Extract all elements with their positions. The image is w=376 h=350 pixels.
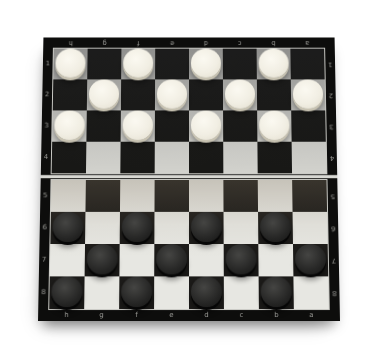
white-checker-piece[interactable] (259, 110, 290, 139)
board-square-e4[interactable] (155, 142, 189, 174)
white-checker-piece[interactable] (191, 49, 221, 78)
file-label-top-c: c (223, 38, 257, 46)
board-square-g3[interactable] (86, 110, 120, 141)
board-square-c3[interactable] (223, 110, 257, 141)
white-checker-piece[interactable] (191, 110, 221, 139)
board-square-d8[interactable] (189, 276, 224, 309)
board-square-f5[interactable] (120, 180, 155, 212)
board-square-g7[interactable] (85, 244, 120, 276)
black-checker-piece[interactable] (51, 276, 82, 307)
white-checker-piece[interactable] (54, 110, 85, 139)
rank-label-left-8: 8 (38, 288, 48, 297)
board-square-e1[interactable] (155, 49, 189, 80)
file-label-bottom-a: a (294, 311, 329, 320)
white-checker-piece[interactable] (225, 79, 255, 108)
file-label-top-g: g (88, 38, 122, 46)
white-checker-piece[interactable] (123, 49, 153, 78)
rank-label-left-1: 1 (43, 60, 53, 68)
board-square-a8[interactable] (293, 276, 328, 309)
file-label-bottom-b: b (259, 311, 294, 320)
white-checker-piece[interactable] (55, 49, 85, 78)
file-label-top-d: d (189, 38, 223, 46)
rank-label-left-7: 7 (39, 256, 49, 265)
file-label-bottom-d: d (189, 311, 224, 320)
board-square-a6[interactable] (293, 212, 328, 244)
file-label-top-e: e (155, 38, 189, 46)
rank-label-right-5: 5 (328, 192, 338, 201)
board-square-h7[interactable] (50, 244, 85, 276)
board-square-h3[interactable] (52, 110, 87, 141)
black-checker-piece[interactable] (295, 244, 326, 274)
board-square-b1[interactable] (257, 49, 291, 80)
top-playing-area (51, 48, 328, 175)
board-square-e5[interactable] (154, 180, 189, 212)
board-square-g2[interactable] (87, 79, 121, 110)
rank-label-right-1: 1 (325, 60, 335, 68)
board-square-h5[interactable] (51, 180, 86, 212)
white-checker-piece[interactable] (259, 49, 289, 78)
rank-label-right-4: 4 (327, 153, 337, 162)
board-square-d7[interactable] (189, 244, 224, 276)
board-square-h8[interactable] (49, 276, 84, 309)
board-square-c5[interactable] (223, 180, 258, 212)
black-checker-piece[interactable] (122, 212, 153, 242)
board-square-c2[interactable] (223, 79, 257, 110)
board-square-h1[interactable] (53, 49, 87, 80)
board-square-d5[interactable] (189, 180, 224, 212)
board-square-g1[interactable] (87, 49, 121, 80)
board-square-f7[interactable] (119, 244, 154, 276)
board-square-b8[interactable] (259, 276, 294, 309)
board-square-h2[interactable] (53, 79, 87, 110)
file-label-top-a: a (290, 38, 324, 46)
white-checker-piece[interactable] (157, 79, 187, 108)
file-label-bottom-h: h (49, 311, 84, 320)
board-square-c1[interactable] (223, 49, 257, 80)
board-square-h6[interactable] (50, 212, 85, 244)
board-square-b7[interactable] (258, 244, 293, 276)
board-square-d4[interactable] (189, 142, 223, 174)
board-square-c6[interactable] (224, 212, 259, 244)
black-checker-piece[interactable] (191, 276, 222, 307)
board-square-h4[interactable] (52, 142, 87, 174)
rank-label-left-5: 5 (40, 192, 50, 201)
board-square-g8[interactable] (84, 276, 119, 309)
file-label-bottom-c: c (224, 311, 259, 320)
rank-label-right-2: 2 (326, 91, 336, 99)
rank-label-left-6: 6 (40, 224, 50, 233)
black-checker-piece[interactable] (191, 212, 222, 242)
black-checker-piece[interactable] (121, 276, 152, 307)
board-square-a1[interactable] (290, 49, 324, 80)
file-label-bottom-e: e (154, 311, 189, 320)
rank-label-left-3: 3 (42, 122, 52, 131)
bottom-playing-area (48, 179, 330, 310)
board-square-f6[interactable] (120, 212, 155, 244)
checkers-board: hhggffeeddccbbaa1122334455667788 (38, 37, 340, 321)
board-square-a2[interactable] (291, 79, 325, 110)
board-square-b2[interactable] (257, 79, 291, 110)
white-checker-piece[interactable] (89, 79, 119, 108)
black-checker-piece[interactable] (52, 212, 83, 242)
rank-label-right-3: 3 (326, 122, 336, 131)
board-square-f8[interactable] (119, 276, 154, 309)
board-square-e6[interactable] (154, 212, 189, 244)
board-square-c4[interactable] (223, 142, 257, 174)
board-square-f3[interactable] (121, 110, 155, 141)
board-square-c8[interactable] (224, 276, 259, 309)
file-label-top-h: h (54, 38, 88, 46)
rank-label-left-4: 4 (41, 153, 51, 162)
board-square-e2[interactable] (155, 79, 189, 110)
board-square-d1[interactable] (189, 49, 223, 80)
board-square-a7[interactable] (293, 244, 328, 276)
file-label-top-b: b (256, 38, 290, 46)
board-square-f4[interactable] (120, 142, 154, 174)
board-square-b3[interactable] (257, 110, 291, 141)
board-square-b5[interactable] (258, 180, 293, 212)
board-square-f2[interactable] (121, 79, 155, 110)
board-square-e7[interactable] (154, 244, 189, 276)
white-checker-piece[interactable] (123, 110, 153, 139)
rank-label-left-2: 2 (42, 91, 52, 99)
board-square-g6[interactable] (85, 212, 120, 244)
board-square-g4[interactable] (86, 142, 121, 174)
board-square-g5[interactable] (85, 180, 120, 212)
board-square-f1[interactable] (121, 49, 155, 80)
file-label-bottom-f: f (119, 311, 154, 320)
photo-background: hhggffeeddccbbaa1122334455667788 (0, 0, 376, 350)
rank-label-right-8: 8 (329, 288, 339, 297)
board-square-b6[interactable] (258, 212, 293, 244)
black-checker-piece[interactable] (226, 244, 257, 274)
board-square-a3[interactable] (291, 110, 326, 141)
black-checker-piece[interactable] (260, 212, 291, 242)
board-square-e3[interactable] (155, 110, 189, 141)
file-label-bottom-g: g (84, 311, 119, 320)
board-square-b4[interactable] (257, 142, 292, 174)
board-square-c7[interactable] (224, 244, 259, 276)
board-top-half (41, 37, 337, 174)
board-square-a5[interactable] (292, 180, 327, 212)
black-checker-piece[interactable] (156, 244, 187, 274)
black-checker-piece[interactable] (261, 276, 292, 307)
rank-label-right-7: 7 (329, 256, 339, 265)
black-checker-piece[interactable] (87, 244, 118, 274)
board-square-e8[interactable] (154, 276, 189, 309)
file-label-top-f: f (121, 38, 155, 46)
board-bottom-half (38, 179, 340, 321)
board-square-d3[interactable] (189, 110, 223, 141)
board-square-d2[interactable] (189, 79, 223, 110)
rank-label-right-6: 6 (328, 224, 338, 233)
board-square-a4[interactable] (292, 142, 327, 174)
white-checker-piece[interactable] (293, 79, 324, 108)
board-square-d6[interactable] (189, 212, 224, 244)
